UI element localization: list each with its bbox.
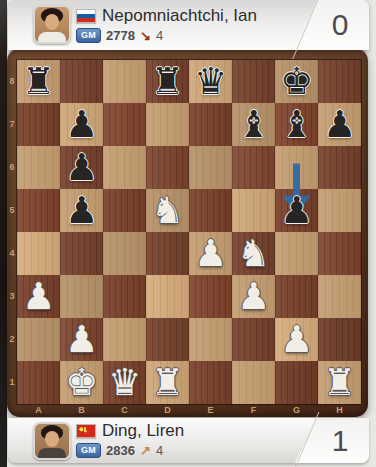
gm-title-badge: GM: [76, 443, 101, 458]
square-d6[interactable]: [146, 146, 189, 189]
left-panel-edge: [0, 0, 7, 467]
player-name: Nepomniachtchi, Ian: [102, 6, 257, 26]
rank-label-4: 4: [7, 232, 17, 275]
square-f1[interactable]: [232, 361, 275, 404]
square-c8[interactable]: [103, 60, 146, 103]
square-b3[interactable]: [60, 275, 103, 318]
rank-label-8: 8: [7, 60, 17, 103]
square-c6[interactable]: [103, 146, 146, 189]
piece-white-pawn-e4[interactable]: ♟: [189, 232, 232, 275]
square-g1[interactable]: [275, 361, 318, 404]
square-a4[interactable]: [17, 232, 60, 275]
file-label-G: G: [275, 405, 318, 417]
piece-white-knight-f4[interactable]: ♞: [232, 232, 275, 275]
square-d7[interactable]: [146, 103, 189, 146]
piece-black-bishop-f7[interactable]: ♝: [232, 103, 275, 146]
player-score: 1: [311, 418, 369, 463]
file-labels: ABCDEFGH: [17, 405, 361, 417]
file-label-D: D: [146, 405, 189, 417]
square-e7[interactable]: [189, 103, 232, 146]
china-flag-icon: [76, 424, 96, 438]
player-rating: 2836: [106, 443, 135, 458]
file-label-E: E: [189, 405, 232, 417]
piece-black-bishop-g7[interactable]: ♝: [275, 103, 318, 146]
player-score: 0: [311, 0, 369, 50]
square-h2[interactable]: [318, 318, 361, 361]
avatar: [33, 5, 71, 44]
rank-label-7: 7: [7, 103, 17, 146]
square-g4[interactable]: [275, 232, 318, 275]
square-h8[interactable]: [318, 60, 361, 103]
piece-black-pawn-h7[interactable]: ♟: [318, 103, 361, 146]
player-bar-bottom: Ding, Liren GM 2836 ↗ 4 1: [8, 418, 369, 463]
square-f6[interactable]: [232, 146, 275, 189]
piece-white-rook-h1[interactable]: ♜: [318, 361, 361, 404]
file-label-A: A: [17, 405, 60, 417]
rank-label-2: 2: [7, 318, 17, 361]
square-h5[interactable]: [318, 189, 361, 232]
square-f5[interactable]: [232, 189, 275, 232]
file-label-C: C: [103, 405, 146, 417]
piece-black-pawn-b6[interactable]: ♟: [60, 146, 103, 189]
piece-black-rook-a8[interactable]: ♜: [17, 60, 60, 103]
rank-labels: 87654321: [7, 60, 17, 404]
piece-white-queen-c1[interactable]: ♛: [103, 361, 146, 404]
piece-white-pawn-a3[interactable]: ♟: [17, 275, 60, 318]
square-g3[interactable]: [275, 275, 318, 318]
russia-flag-icon: [76, 9, 96, 23]
gm-title-badge: GM: [76, 28, 101, 43]
piece-black-pawn-b5[interactable]: ♟: [60, 189, 103, 232]
square-a6[interactable]: [17, 146, 60, 189]
rank-label-3: 3: [7, 275, 17, 318]
rating-trend-value: 4: [156, 443, 163, 458]
piece-white-rook-d1[interactable]: ♜: [146, 361, 189, 404]
square-e5[interactable]: [189, 189, 232, 232]
square-a7[interactable]: [17, 103, 60, 146]
piece-black-king-g8[interactable]: ♚: [275, 60, 318, 103]
avatar: [33, 422, 71, 460]
file-label-H: H: [318, 405, 361, 417]
rank-label-1: 1: [7, 361, 17, 404]
square-b4[interactable]: [60, 232, 103, 275]
player-bar-top: Nepomniachtchi, Ian GM 2778 ↘ 4 0: [8, 0, 369, 50]
square-g6[interactable]: [275, 146, 318, 189]
square-c2[interactable]: [103, 318, 146, 361]
rank-label-5: 5: [7, 189, 17, 232]
square-f8[interactable]: [232, 60, 275, 103]
piece-white-pawn-g2[interactable]: ♟: [275, 318, 318, 361]
player-name: Ding, Liren: [102, 421, 184, 441]
chess-board-frame: 87654321 ♜♜♛♚♟♝♝♟♟♟♞♟♟♞♟♟♟♟♚♛♜♜ ABCDEFGH: [7, 48, 368, 417]
rating-trend-down-icon: ↘: [140, 28, 151, 43]
piece-black-pawn-g5[interactable]: ♟: [275, 189, 318, 232]
file-label-F: F: [232, 405, 275, 417]
square-e1[interactable]: [189, 361, 232, 404]
square-b8[interactable]: [60, 60, 103, 103]
rating-trend-up-icon: ↗: [140, 443, 151, 458]
square-h3[interactable]: [318, 275, 361, 318]
piece-black-pawn-b7[interactable]: ♟: [60, 103, 103, 146]
square-d4[interactable]: [146, 232, 189, 275]
square-d3[interactable]: [146, 275, 189, 318]
piece-black-queen-e8[interactable]: ♛: [189, 60, 232, 103]
square-c3[interactable]: [103, 275, 146, 318]
player-rating: 2778: [106, 28, 135, 43]
piece-white-pawn-f3[interactable]: ♟: [232, 275, 275, 318]
square-c7[interactable]: [103, 103, 146, 146]
piece-white-pawn-b2[interactable]: ♟: [60, 318, 103, 361]
square-c4[interactable]: [103, 232, 146, 275]
piece-white-knight-d5[interactable]: ♞: [146, 189, 189, 232]
square-c5[interactable]: [103, 189, 146, 232]
piece-black-rook-d8[interactable]: ♜: [146, 60, 189, 103]
file-label-B: B: [60, 405, 103, 417]
square-h4[interactable]: [318, 232, 361, 275]
square-e6[interactable]: [189, 146, 232, 189]
rating-trend-value: 4: [156, 28, 163, 43]
square-d2[interactable]: [146, 318, 189, 361]
rank-label-6: 6: [7, 146, 17, 189]
square-f2[interactable]: [232, 318, 275, 361]
square-e2[interactable]: [189, 318, 232, 361]
square-a5[interactable]: [17, 189, 60, 232]
square-a1[interactable]: [17, 361, 60, 404]
square-a2[interactable]: [17, 318, 60, 361]
square-h6[interactable]: [318, 146, 361, 189]
square-e3[interactable]: [189, 275, 232, 318]
piece-white-king-b1[interactable]: ♚: [60, 361, 103, 404]
